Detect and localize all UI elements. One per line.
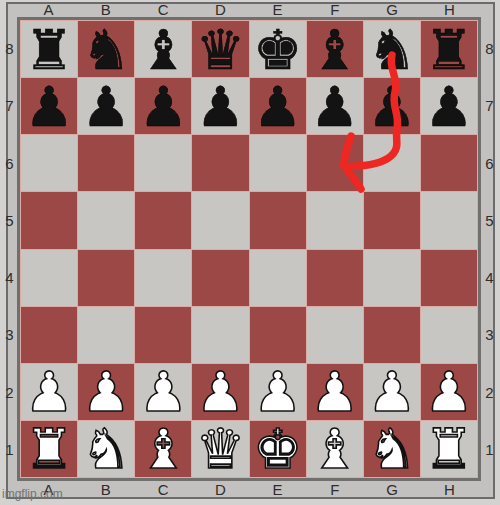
square-f7: ♟ [307,78,363,134]
square-c8: ♝ [135,21,191,77]
piece-black-bishop: ♝ [310,23,359,78]
piece-black-pawn: ♟ [253,80,302,135]
rank-label-5: 5 [482,192,497,249]
square-d5 [192,192,248,248]
rank-label-3: 3 [482,306,497,363]
imgflip-watermark: imgflip.com [2,487,63,501]
piece-black-pawn: ♟ [367,80,416,135]
file-label-f: F [306,481,363,497]
file-label-c: C [135,1,192,17]
square-g3 [364,307,420,363]
square-e5 [250,192,306,248]
square-a7: ♟ [21,78,77,134]
square-c7: ♟ [135,78,191,134]
chess-board: ♜♞♝♛♚♝♞♜♟♟♟♟♟♟♟♟♟♟♟♟♟♟♟♟♜♞♝♛♚♝♞♜ [17,17,481,481]
piece-black-pawn: ♟ [310,80,359,135]
piece-black-pawn: ♟ [82,80,131,135]
square-c6 [135,135,191,191]
square-e7: ♟ [250,78,306,134]
file-label-a: A [20,1,77,17]
square-e6 [250,135,306,191]
square-d4 [192,250,248,306]
file-label-f: F [306,1,363,17]
piece-black-rook: ♜ [24,23,73,78]
square-a3 [21,307,77,363]
square-h2: ♟ [421,364,477,420]
square-d6 [192,135,248,191]
file-label-g: G [364,1,421,17]
square-d3 [192,307,248,363]
piece-white-pawn: ♟ [82,365,131,420]
rank-label-7: 7 [482,77,497,134]
square-h7: ♟ [421,78,477,134]
piece-black-bishop: ♝ [139,23,188,78]
rank-label-6: 6 [2,135,17,192]
square-h3 [421,307,477,363]
square-d7: ♟ [192,78,248,134]
file-label-d: D [192,1,249,17]
square-e4 [250,250,306,306]
piece-white-rook: ♜ [24,422,73,477]
piece-white-bishop: ♝ [310,422,359,477]
square-g1: ♞ [364,421,420,477]
square-g5 [364,192,420,248]
rank-label-3: 3 [2,306,17,363]
square-d1: ♛ [192,421,248,477]
piece-white-queen: ♛ [196,422,245,477]
square-f5 [307,192,363,248]
square-c5 [135,192,191,248]
square-c4 [135,250,191,306]
piece-white-rook: ♜ [424,422,473,477]
square-g7: ♟ [364,78,420,134]
square-c1: ♝ [135,421,191,477]
square-a4 [21,250,77,306]
rank-label-1: 1 [482,421,497,478]
square-c3 [135,307,191,363]
square-f4 [307,250,363,306]
piece-white-bishop: ♝ [139,422,188,477]
file-label-h: H [421,481,478,497]
piece-white-pawn: ♟ [310,365,359,420]
rank-label-2: 2 [482,364,497,421]
square-b8: ♞ [78,21,134,77]
file-label-e: E [249,1,306,17]
piece-black-pawn: ♟ [196,80,245,135]
square-h4 [421,250,477,306]
square-b3 [78,307,134,363]
square-b4 [78,250,134,306]
square-f6 [307,135,363,191]
file-labels-top: ABCDEFGH [20,1,478,17]
piece-black-pawn: ♟ [24,80,73,135]
square-c2: ♟ [135,364,191,420]
square-d2: ♟ [192,364,248,420]
piece-black-king: ♚ [253,23,302,78]
board-grid: ♜♞♝♛♚♝♞♜♟♟♟♟♟♟♟♟♟♟♟♟♟♟♟♟♜♞♝♛♚♝♞♜ [20,20,478,478]
square-f2: ♟ [307,364,363,420]
file-label-b: B [77,481,134,497]
file-label-c: C [135,481,192,497]
square-b7: ♟ [78,78,134,134]
square-h1: ♜ [421,421,477,477]
square-h5 [421,192,477,248]
file-label-e: E [249,481,306,497]
file-label-h: H [421,1,478,17]
rank-label-4: 4 [2,249,17,306]
piece-black-queen: ♛ [196,23,245,78]
piece-white-pawn: ♟ [139,365,188,420]
square-h8: ♜ [421,21,477,77]
piece-white-king: ♚ [253,422,302,477]
square-f3 [307,307,363,363]
square-a8: ♜ [21,21,77,77]
piece-white-pawn: ♟ [24,365,73,420]
piece-white-knight: ♞ [82,422,131,477]
rank-label-6: 6 [482,135,497,192]
rank-label-8: 8 [482,20,497,77]
square-a2: ♟ [21,364,77,420]
square-g2: ♟ [364,364,420,420]
square-a1: ♜ [21,421,77,477]
rank-label-2: 2 [2,364,17,421]
square-e2: ♟ [250,364,306,420]
square-b6 [78,135,134,191]
piece-black-knight: ♞ [82,23,131,78]
square-b1: ♞ [78,421,134,477]
file-label-g: G [364,481,421,497]
piece-white-pawn: ♟ [196,365,245,420]
square-e3 [250,307,306,363]
square-e1: ♚ [250,421,306,477]
square-e8: ♚ [250,21,306,77]
piece-white-pawn: ♟ [367,365,416,420]
piece-white-pawn: ♟ [424,365,473,420]
rank-label-5: 5 [2,192,17,249]
rank-label-4: 4 [482,249,497,306]
square-a6 [21,135,77,191]
rank-label-8: 8 [2,20,17,77]
rank-labels-right: 87654321 [482,20,497,478]
square-g8: ♞ [364,21,420,77]
piece-black-knight: ♞ [367,23,416,78]
piece-white-pawn: ♟ [253,365,302,420]
square-f1: ♝ [307,421,363,477]
piece-black-pawn: ♟ [424,80,473,135]
piece-black-rook: ♜ [424,23,473,78]
file-label-d: D [192,481,249,497]
square-b5 [78,192,134,248]
rank-label-7: 7 [2,77,17,134]
square-h6 [421,135,477,191]
square-g4 [364,250,420,306]
rank-labels-left: 87654321 [2,20,17,478]
piece-black-pawn: ♟ [139,80,188,135]
square-d8: ♛ [192,21,248,77]
file-label-b: B [77,1,134,17]
square-f8: ♝ [307,21,363,77]
square-a5 [21,192,77,248]
file-labels-bottom: ABCDEFGH [20,481,478,497]
square-g6 [364,135,420,191]
piece-white-knight: ♞ [367,422,416,477]
chess-meme-image: ABCDEFGH ABCDEFGH 87654321 87654321 ♜♞♝♛… [0,0,500,505]
rank-label-1: 1 [2,421,17,478]
square-b2: ♟ [78,364,134,420]
